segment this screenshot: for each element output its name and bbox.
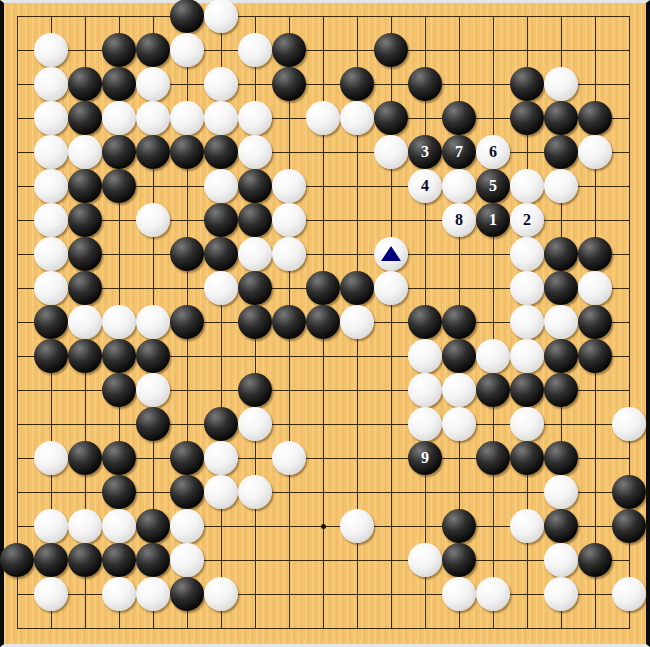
stone-white[interactable] [34,203,68,237]
star-point [321,524,326,529]
stone-black[interactable] [102,67,136,101]
stone-black[interactable] [408,67,442,101]
stone-black[interactable] [238,169,272,203]
stone-white[interactable] [578,135,612,169]
stone-black[interactable] [136,407,170,441]
stone-black[interactable] [204,237,238,271]
stone-white[interactable] [170,543,204,577]
stone-black[interactable] [238,305,272,339]
stone-black[interactable] [476,441,510,475]
stone-black[interactable] [170,475,204,509]
stone-white[interactable] [272,237,306,271]
stone-black[interactable] [102,373,136,407]
stone-white[interactable] [102,305,136,339]
stone-white[interactable] [136,203,170,237]
stone-white[interactable] [476,339,510,373]
stone-white[interactable] [612,577,646,611]
stone-black[interactable] [102,339,136,373]
stone-white[interactable] [68,509,102,543]
stone-white[interactable] [170,101,204,135]
stone-white[interactable] [102,101,136,135]
stone-black[interactable] [68,237,102,271]
stone-black[interactable] [272,33,306,67]
stone-white[interactable] [204,271,238,305]
stone-black[interactable] [102,441,136,475]
stone-black[interactable] [136,33,170,67]
stone-white[interactable] [102,577,136,611]
stone-white[interactable] [34,577,68,611]
stone-white[interactable] [102,509,136,543]
board-frame: 376458129 [0,0,650,647]
stone-black[interactable] [68,441,102,475]
stone-white[interactable] [374,237,408,271]
stone-black[interactable] [544,441,578,475]
stone-black[interactable] [136,509,170,543]
stone-black[interactable] [272,305,306,339]
stone-black[interactable] [544,271,578,305]
stone-white[interactable] [408,339,442,373]
stone-black[interactable]: 3 [408,135,442,169]
stone-white[interactable] [442,407,476,441]
stone-white[interactable] [136,305,170,339]
stone-white[interactable] [34,67,68,101]
stone-black[interactable] [102,169,136,203]
stone-white[interactable] [34,33,68,67]
stone-black[interactable] [544,237,578,271]
stone-black[interactable] [170,237,204,271]
triangle-marker-icon [381,246,401,261]
stone-white[interactable] [510,407,544,441]
stone-black[interactable] [374,33,408,67]
stone-black[interactable] [68,271,102,305]
stone-white[interactable]: 8 [442,203,476,237]
stone-black[interactable] [442,543,476,577]
stone-white[interactable] [170,509,204,543]
stone-black[interactable] [204,203,238,237]
stone-black[interactable] [578,305,612,339]
stone-black[interactable]: 1 [476,203,510,237]
stone-white[interactable] [510,169,544,203]
stone-white[interactable]: 6 [476,135,510,169]
move-number-label: 2 [523,212,531,228]
stone-black[interactable] [510,373,544,407]
stone-white[interactable] [204,169,238,203]
stone-black[interactable] [306,271,340,305]
stone-white[interactable] [408,373,442,407]
stone-black[interactable] [272,67,306,101]
move-number-label: 1 [489,212,497,228]
stone-white[interactable] [476,577,510,611]
stone-black[interactable] [136,543,170,577]
stone-white[interactable] [34,509,68,543]
stone-black[interactable]: 5 [476,169,510,203]
stone-black[interactable] [238,373,272,407]
stone-black[interactable] [102,475,136,509]
stone-black[interactable]: 7 [442,135,476,169]
stone-black[interactable] [578,101,612,135]
stone-black[interactable] [612,475,646,509]
stone-black[interactable] [442,305,476,339]
stone-white[interactable] [204,475,238,509]
stone-white[interactable] [578,271,612,305]
stone-black[interactable] [68,101,102,135]
stone-white[interactable] [204,101,238,135]
stone-black[interactable] [204,407,238,441]
stone-black[interactable] [476,373,510,407]
move-number-label: 5 [489,178,497,194]
stone-black[interactable] [510,441,544,475]
goban[interactable]: 376458129 [4,3,646,644]
stone-white[interactable] [170,33,204,67]
stone-white[interactable] [34,237,68,271]
stone-white[interactable]: 4 [408,169,442,203]
stone-white[interactable] [136,577,170,611]
stone-black[interactable] [68,67,102,101]
stone-white[interactable] [510,339,544,373]
stone-white[interactable] [272,441,306,475]
stone-white[interactable] [544,475,578,509]
stone-black[interactable] [170,441,204,475]
stone-black[interactable] [578,339,612,373]
stone-black[interactable] [510,67,544,101]
stone-black[interactable] [578,543,612,577]
stone-white[interactable] [136,67,170,101]
stone-black[interactable] [68,339,102,373]
stone-black[interactable] [612,509,646,543]
stone-black[interactable] [374,101,408,135]
stone-white[interactable]: 2 [510,203,544,237]
board-grid: 376458129 [0,0,646,645]
stone-black[interactable] [102,135,136,169]
stone-black[interactable] [68,543,102,577]
stone-white[interactable] [34,101,68,135]
move-number-label: 6 [489,144,497,160]
stone-white[interactable] [238,407,272,441]
stone-white[interactable] [340,509,374,543]
stone-white[interactable] [238,101,272,135]
stone-black[interactable] [170,0,204,33]
stone-white[interactable] [374,271,408,305]
stone-white[interactable] [544,543,578,577]
stone-black[interactable] [340,67,374,101]
stone-white[interactable] [34,271,68,305]
stone-white[interactable] [204,577,238,611]
stone-white[interactable] [204,67,238,101]
stone-white[interactable] [340,101,374,135]
stone-white[interactable] [510,509,544,543]
stone-white[interactable] [238,33,272,67]
stone-white[interactable] [238,237,272,271]
stone-black[interactable] [544,373,578,407]
stone-black[interactable] [442,509,476,543]
stone-black[interactable] [102,33,136,67]
stone-white[interactable] [238,475,272,509]
stone-white[interactable] [544,169,578,203]
stone-black[interactable] [544,509,578,543]
stone-white[interactable] [544,305,578,339]
move-number-label: 8 [455,212,463,228]
move-number-label: 3 [421,144,429,160]
stone-black[interactable] [204,135,238,169]
stone-white[interactable] [34,169,68,203]
stone-black[interactable] [442,339,476,373]
stone-white[interactable] [510,305,544,339]
stone-white[interactable] [34,441,68,475]
move-number-label: 4 [421,178,429,194]
stone-black[interactable] [34,339,68,373]
stone-black[interactable] [34,305,68,339]
stone-black[interactable] [136,135,170,169]
stone-white[interactable] [204,441,238,475]
stone-white[interactable] [374,135,408,169]
stone-white[interactable] [238,135,272,169]
stone-black[interactable] [442,101,476,135]
stone-white[interactable] [510,237,544,271]
stone-black[interactable] [102,543,136,577]
stone-black[interactable] [544,135,578,169]
stone-white[interactable] [408,543,442,577]
move-number-label: 7 [455,144,463,160]
stone-black[interactable] [408,305,442,339]
stone-white[interactable] [442,373,476,407]
stone-black[interactable] [170,135,204,169]
stone-white[interactable] [34,135,68,169]
stone-white[interactable] [544,67,578,101]
stone-white[interactable] [544,577,578,611]
stone-black[interactable] [544,339,578,373]
stone-black[interactable] [170,577,204,611]
stone-black[interactable] [0,543,34,577]
stone-black[interactable]: 9 [408,441,442,475]
stone-black[interactable] [34,543,68,577]
stone-white[interactable] [136,373,170,407]
stone-black[interactable] [136,339,170,373]
stone-white[interactable] [68,135,102,169]
stone-black[interactable] [170,305,204,339]
stone-black[interactable] [340,271,374,305]
move-number-label: 9 [421,450,429,466]
stone-black[interactable] [68,203,102,237]
stone-black[interactable] [578,237,612,271]
stone-black[interactable] [510,101,544,135]
stone-black[interactable] [68,169,102,203]
stone-white[interactable] [442,169,476,203]
stone-black[interactable] [238,271,272,305]
stone-white[interactable] [272,169,306,203]
stone-black[interactable] [306,305,340,339]
stone-white[interactable] [204,0,238,33]
stone-white[interactable] [136,101,170,135]
stone-white[interactable] [612,407,646,441]
stone-white[interactable] [68,305,102,339]
stone-black[interactable] [544,101,578,135]
stone-white[interactable] [340,305,374,339]
stone-white[interactable] [272,203,306,237]
stone-white[interactable] [306,101,340,135]
stone-white[interactable] [408,407,442,441]
stone-white[interactable] [510,271,544,305]
stone-black[interactable] [238,203,272,237]
stone-white[interactable] [442,577,476,611]
